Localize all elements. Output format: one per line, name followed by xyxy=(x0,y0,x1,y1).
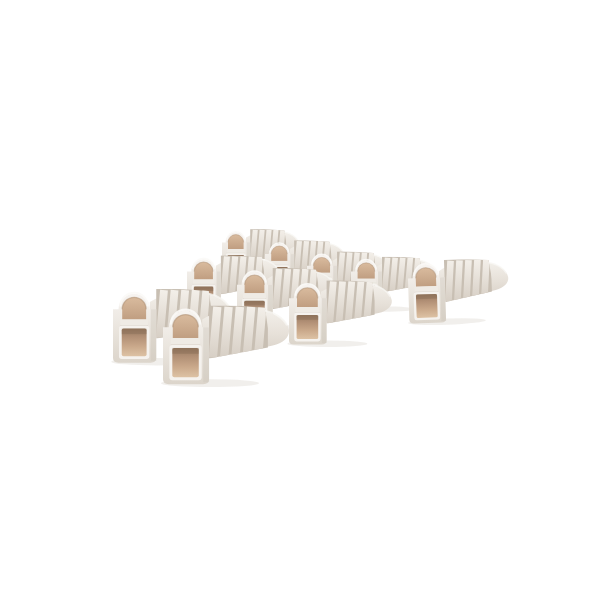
rj45-boot-10 xyxy=(161,306,289,387)
rj45-boot-8 xyxy=(406,258,510,326)
rj45-boots-photo xyxy=(0,0,600,600)
rj45-boot-7 xyxy=(287,281,391,347)
product-photo xyxy=(0,0,600,600)
